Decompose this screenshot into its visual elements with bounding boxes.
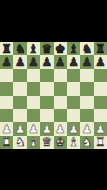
square-f7[interactable]: ♟ [67,55,80,68]
piece-white-bishop[interactable]: ♝ [68,136,79,148]
piece-white-queen[interactable]: ♛ [41,136,52,148]
square-h8[interactable]: ♜ [94,42,107,55]
piece-white-king[interactable]: ♚ [55,136,66,148]
square-g3[interactable] [80,109,93,122]
square-f6[interactable] [67,69,80,82]
piece-black-bishop[interactable]: ♝ [28,42,39,54]
square-f8[interactable]: ♝ [67,42,80,55]
square-h3[interactable] [94,109,107,122]
piece-black-pawn[interactable]: ♟ [68,56,79,68]
square-f3[interactable] [67,109,80,122]
square-f1[interactable]: ♝ [67,136,80,149]
square-a1[interactable]: ♜ [0,136,13,149]
chess-board: ♜♞♝♛♚♝♞♜♟♟♟♟♟♟♟♟♟♟♟♟♟♟♟♟♜♞♝♛♚♝♞♜ [0,42,107,149]
square-c6[interactable] [27,69,40,82]
app-background: ♜♞♝♛♚♝♞♜♟♟♟♟♟♟♟♟♟♟♟♟♟♟♟♟♜♞♝♛♚♝♞♜ [0,0,107,190]
square-c8[interactable]: ♝ [27,42,40,55]
piece-white-pawn[interactable]: ♟ [15,122,26,134]
square-b1[interactable]: ♞ [13,136,26,149]
square-d4[interactable] [40,96,53,109]
piece-black-pawn[interactable]: ♟ [82,56,93,68]
square-h4[interactable] [94,96,107,109]
square-g8[interactable]: ♞ [80,42,93,55]
square-e2[interactable]: ♟ [54,122,67,135]
piece-white-pawn[interactable]: ♟ [68,122,79,134]
piece-white-knight[interactable]: ♞ [15,136,26,148]
square-e8[interactable]: ♚ [54,42,67,55]
square-f5[interactable] [67,82,80,95]
square-d7[interactable]: ♟ [40,55,53,68]
square-c2[interactable]: ♟ [27,122,40,135]
square-a5[interactable] [0,82,13,95]
square-a7[interactable]: ♟ [0,55,13,68]
piece-black-pawn[interactable]: ♟ [55,56,66,68]
piece-white-pawn[interactable]: ♟ [95,122,106,134]
square-g4[interactable] [80,96,93,109]
square-g6[interactable] [80,69,93,82]
square-b2[interactable]: ♟ [13,122,26,135]
piece-black-knight[interactable]: ♞ [15,42,26,54]
square-g1[interactable]: ♞ [80,136,93,149]
square-b6[interactable] [13,69,26,82]
piece-black-pawn[interactable]: ♟ [95,56,106,68]
square-e7[interactable]: ♟ [54,55,67,68]
square-g2[interactable]: ♟ [80,122,93,135]
piece-black-pawn[interactable]: ♟ [1,56,12,68]
square-b5[interactable] [13,82,26,95]
piece-black-pawn[interactable]: ♟ [15,56,26,68]
piece-white-pawn[interactable]: ♟ [41,122,52,134]
piece-white-bishop[interactable]: ♝ [28,136,39,148]
square-c3[interactable] [27,109,40,122]
square-d3[interactable] [40,109,53,122]
piece-black-bishop[interactable]: ♝ [68,42,79,54]
square-h2[interactable]: ♟ [94,122,107,135]
square-a4[interactable] [0,96,13,109]
piece-black-pawn[interactable]: ♟ [41,56,52,68]
square-h6[interactable] [94,69,107,82]
square-a8[interactable]: ♜ [0,42,13,55]
square-g7[interactable]: ♟ [80,55,93,68]
piece-black-queen[interactable]: ♛ [41,42,52,54]
square-b8[interactable]: ♞ [13,42,26,55]
square-b4[interactable] [13,96,26,109]
square-e1[interactable]: ♚ [54,136,67,149]
square-d5[interactable] [40,82,53,95]
square-f2[interactable]: ♟ [67,122,80,135]
square-e4[interactable] [54,96,67,109]
square-f4[interactable] [67,96,80,109]
square-e6[interactable] [54,69,67,82]
piece-white-pawn[interactable]: ♟ [28,122,39,134]
square-a3[interactable] [0,109,13,122]
square-d8[interactable]: ♛ [40,42,53,55]
piece-white-pawn[interactable]: ♟ [1,122,12,134]
square-c4[interactable] [27,96,40,109]
piece-white-rook[interactable]: ♜ [95,136,106,148]
square-h7[interactable]: ♟ [94,55,107,68]
square-g5[interactable] [80,82,93,95]
piece-black-rook[interactable]: ♜ [1,42,12,54]
piece-black-rook[interactable]: ♜ [95,42,106,54]
square-e3[interactable] [54,109,67,122]
piece-black-knight[interactable]: ♞ [82,42,93,54]
square-b7[interactable]: ♟ [13,55,26,68]
square-h5[interactable] [94,82,107,95]
piece-white-rook[interactable]: ♜ [1,136,12,148]
square-b3[interactable] [13,109,26,122]
square-c7[interactable]: ♟ [27,55,40,68]
square-d6[interactable] [40,69,53,82]
piece-white-knight[interactable]: ♞ [82,136,93,148]
square-d1[interactable]: ♛ [40,136,53,149]
square-a2[interactable]: ♟ [0,122,13,135]
square-a6[interactable] [0,69,13,82]
piece-black-pawn[interactable]: ♟ [28,56,39,68]
piece-white-pawn[interactable]: ♟ [55,122,66,134]
piece-black-king[interactable]: ♚ [55,42,66,54]
square-c1[interactable]: ♝ [27,136,40,149]
piece-white-pawn[interactable]: ♟ [82,122,93,134]
square-h1[interactable]: ♜ [94,136,107,149]
square-e5[interactable] [54,82,67,95]
square-c5[interactable] [27,82,40,95]
square-d2[interactable]: ♟ [40,122,53,135]
